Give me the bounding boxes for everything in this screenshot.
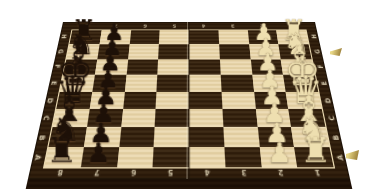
rank-label-bottom-2: 2	[262, 167, 300, 179]
rank-label-bottom-8: 8	[41, 167, 80, 179]
square-g3[interactable]	[219, 44, 250, 59]
chess-board: 87654321 87654321 HGFEDCBA HGFEDCBA ♜♟♟♜…	[25, 22, 352, 189]
square-h4[interactable]	[189, 30, 219, 44]
rank-label-bottom-6: 6	[115, 167, 153, 179]
rank-label-top-3: 3	[218, 22, 248, 29]
square-h3[interactable]	[218, 30, 249, 44]
square-g6[interactable]	[128, 44, 159, 59]
rank-label-bottom-4: 4	[189, 167, 226, 179]
square-f5[interactable]	[158, 59, 189, 75]
square-a1[interactable]: ♜	[294, 147, 333, 168]
piece-white-r-a1[interactable]: ♜	[300, 133, 330, 167]
rank-label-bottom-1: 1	[298, 167, 337, 179]
rank-label-bottom-5: 5	[152, 167, 189, 179]
brass-latch-upper-icon	[330, 48, 342, 56]
piece-black-p-a7[interactable]: ♟	[86, 140, 111, 168]
square-d4[interactable]	[189, 91, 222, 108]
square-c3[interactable]	[222, 109, 257, 127]
square-f4[interactable]	[189, 59, 220, 75]
square-f6[interactable]	[126, 59, 158, 75]
square-c5[interactable]	[155, 109, 189, 127]
square-h6[interactable]	[129, 30, 160, 44]
product-photo: 87654321 87654321 HGFEDCBA HGFEDCBA ♜♟♟♜…	[0, 0, 376, 189]
square-f3[interactable]	[220, 59, 252, 75]
square-e4[interactable]	[189, 75, 221, 91]
square-b3[interactable]	[223, 127, 259, 146]
box-side	[25, 179, 352, 189]
square-b6[interactable]	[119, 127, 155, 146]
square-b4[interactable]	[189, 127, 224, 146]
square-b5[interactable]	[154, 127, 189, 146]
piece-black-r-a8[interactable]: ♜	[47, 133, 77, 167]
square-d3[interactable]	[221, 91, 255, 108]
piece-white-p-a2[interactable]: ♟	[267, 140, 292, 168]
rank-label-bottom-7: 7	[78, 167, 116, 179]
square-g5[interactable]	[158, 44, 189, 59]
rank-label-top-4: 4	[189, 22, 218, 29]
square-h5[interactable]	[159, 30, 189, 44]
square-g4[interactable]	[189, 44, 220, 59]
square-e5[interactable]	[157, 75, 189, 91]
rank-label-bottom-3: 3	[225, 167, 263, 179]
rank-label-top-6: 6	[130, 22, 160, 29]
square-c4[interactable]	[189, 109, 223, 127]
square-e6[interactable]	[124, 75, 157, 91]
square-c6[interactable]	[121, 109, 156, 127]
square-d5[interactable]	[156, 91, 189, 108]
square-d6[interactable]	[123, 91, 157, 108]
square-e3[interactable]	[220, 75, 253, 91]
rank-label-top-5: 5	[160, 22, 189, 29]
